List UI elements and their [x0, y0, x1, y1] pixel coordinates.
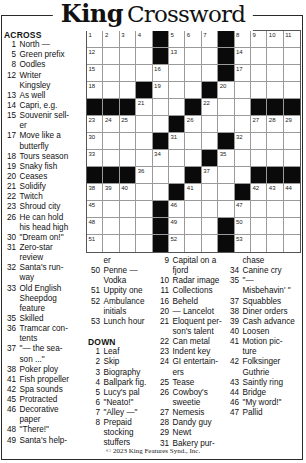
cell-r9-c5[interactable] — [153, 167, 169, 184]
cell-r4-c11[interactable] — [251, 82, 267, 99]
cell-r2-c7[interactable] — [185, 48, 201, 65]
clue-line: 10Radar image — [157, 276, 228, 286]
cell-r8-c6[interactable] — [169, 150, 185, 167]
clue-text: "Dream on!" — [20, 233, 64, 243]
cell-r10-c11[interactable]: 42 — [251, 184, 267, 201]
clue-line: 11Collections — [157, 286, 228, 296]
cell-r9-c4[interactable]: 36 — [136, 167, 152, 184]
black-cell-r1-c5 — [153, 31, 169, 48]
clue-text: Tours season — [20, 152, 69, 162]
cell-r3-c12[interactable] — [267, 65, 283, 82]
cell-r11-c6[interactable]: 46 — [169, 201, 185, 218]
clue-line: 38Diner orders — [227, 307, 305, 317]
cell-number: 37 — [203, 168, 210, 175]
clue-line: 35Skilled — [4, 314, 86, 324]
cell-r3-c11[interactable] — [251, 65, 267, 82]
cell-number: 41 — [187, 185, 194, 192]
cell-r1-c13[interactable]: 11 — [284, 31, 300, 48]
clue-line: 5Green prefix — [4, 50, 86, 60]
cell-r3-c8[interactable] — [202, 65, 218, 82]
clue-continuation-line: tents — [4, 334, 86, 344]
cell-r6-c8[interactable] — [202, 116, 218, 133]
clue-number: 12 — [4, 71, 16, 81]
cell-r1-c3[interactable]: 3 — [120, 31, 136, 48]
cell-r13-c13[interactable] — [284, 235, 300, 252]
clue-text: Capri, e.g. — [20, 101, 58, 111]
cell-number: 53 — [236, 236, 243, 243]
cell-r9-c9[interactable] — [218, 167, 234, 184]
clue-number: 11 — [157, 286, 169, 296]
cell-r4-c10[interactable] — [235, 82, 251, 99]
clue-number: 50 — [88, 266, 100, 276]
clue-column-4: chase34Canine cry35"—Misbehavin' "37Squa… — [227, 256, 305, 418]
cell-number: 11 — [285, 32, 291, 39]
black-cell-r12-c5 — [153, 218, 169, 235]
clue-number: 23 — [157, 347, 169, 357]
cell-r7-c4[interactable] — [136, 133, 152, 150]
cell-r1-c12[interactable]: 10 — [267, 31, 283, 48]
clue-line: 53Lunch hour — [88, 317, 158, 327]
clue-line: 4Ballpark fig. — [88, 378, 158, 388]
cell-number: 28 — [269, 117, 276, 124]
clue-text: Capital on a — [173, 256, 217, 266]
clue-line: 2Skip — [88, 357, 158, 367]
cell-r2-c2[interactable] — [103, 48, 119, 65]
clue-number: 38 — [227, 307, 239, 317]
clue-number — [4, 142, 16, 152]
cell-r7-c7[interactable] — [185, 133, 201, 150]
clue-number: 5 — [88, 388, 100, 398]
cell-number: 32 — [236, 134, 243, 141]
clue-number — [157, 398, 169, 408]
cell-r6-c10[interactable] — [235, 116, 251, 133]
cell-r6-c9[interactable] — [218, 116, 234, 133]
clue-number: 32 — [4, 263, 16, 273]
clue-line: 26He can hold — [4, 213, 86, 223]
clue-line: 17Move like a — [4, 131, 86, 141]
clue-number: 28 — [157, 418, 169, 428]
cell-r11-c7[interactable] — [185, 201, 201, 218]
clue-line: 36Tramcar con- — [4, 324, 86, 334]
clue-number — [4, 121, 16, 131]
clue-number: 20 — [4, 172, 16, 182]
clue-number: 8 — [88, 418, 100, 428]
cell-r12-c2[interactable] — [103, 218, 119, 235]
clue-number — [4, 304, 16, 314]
clue-text: Santa's run- — [20, 263, 64, 273]
clue-line: 7"Alley —" — [88, 408, 158, 418]
clue-line: 21Solidify — [4, 182, 86, 192]
black-cell-r6-c6 — [169, 116, 185, 133]
clue-number: 26 — [157, 388, 169, 398]
clue-number: 9 — [157, 256, 169, 266]
cell-r10-c9[interactable] — [218, 184, 234, 201]
black-cell-r3-c9 — [218, 65, 234, 82]
cell-r13-c6[interactable]: 52 — [169, 235, 185, 252]
clue-line: 22Can metal — [157, 337, 228, 347]
cell-r4-c5[interactable]: 19 — [153, 82, 169, 99]
cell-r10-c13[interactable]: 44 — [284, 184, 300, 201]
clue-number — [4, 334, 16, 344]
cell-r3-c13[interactable] — [284, 65, 300, 82]
clue-number: 48 — [4, 425, 16, 435]
cell-r11-c1[interactable]: 45 — [87, 201, 103, 218]
clue-number: 42 — [227, 357, 239, 367]
clue-line: 46"My word!" — [227, 398, 305, 408]
cell-r10-c7[interactable]: 41 — [185, 184, 201, 201]
cell-r7-c12[interactable] — [267, 133, 283, 150]
cell-r8-c13[interactable] — [284, 150, 300, 167]
cell-r4-c3[interactable] — [120, 82, 136, 99]
cell-r11-c3[interactable] — [120, 201, 136, 218]
cell-r10-c1[interactable]: 38 — [87, 184, 103, 201]
clue-text: er — [104, 256, 111, 266]
cell-r4-c1[interactable]: 18 — [87, 82, 103, 99]
cell-r7-c8[interactable] — [202, 133, 218, 150]
clue-number: 45 — [4, 395, 16, 405]
clue-text: Lunch hour — [104, 317, 145, 327]
clue-text: Zero-star — [20, 243, 53, 253]
crossword-page: { "game": "crossword", "title": { "word1… — [0, 0, 306, 463]
cell-r5-c8[interactable]: 22 — [202, 99, 218, 116]
cell-r7-c6[interactable]: 31 — [169, 133, 185, 150]
cell-r13-c8[interactable] — [202, 235, 218, 252]
cell-r6-c13[interactable]: 29 — [284, 116, 300, 133]
cell-r13-c4[interactable] — [136, 235, 152, 252]
clue-text: Ambulance — [104, 297, 145, 307]
cell-r3-c3[interactable] — [120, 65, 136, 82]
clue-continuation-line: Kingsley — [4, 81, 86, 91]
cell-r12-c13[interactable] — [284, 218, 300, 235]
clue-number: 34 — [227, 266, 239, 276]
cell-r11-c4[interactable] — [136, 201, 152, 218]
cell-r1-c6[interactable]: 5 — [169, 31, 185, 48]
cell-r9-c8[interactable]: 37 — [202, 167, 218, 184]
clue-line: 29Newt — [157, 428, 228, 438]
down-heading: DOWN — [88, 337, 158, 347]
cell-r6-c2[interactable]: 24 — [103, 116, 119, 133]
cell-r12-c7[interactable] — [185, 218, 201, 235]
cell-r3-c4[interactable] — [136, 65, 152, 82]
cell-r2-c12[interactable] — [267, 48, 283, 65]
black-cell-r9-c12 — [267, 167, 283, 184]
clue-number: 16 — [157, 297, 169, 307]
clue-line: 47Pallid — [227, 408, 305, 418]
clue-number — [4, 273, 16, 283]
cell-r8-c9[interactable]: 35 — [218, 150, 234, 167]
clue-text: "There!" — [20, 425, 49, 435]
clue-continuation-line: stocking — [88, 428, 158, 438]
cell-r6-c4[interactable] — [136, 116, 152, 133]
cell-number: 3 — [121, 32, 124, 39]
cell-r12-c6[interactable]: 49 — [169, 218, 185, 235]
cell-number: 36 — [138, 168, 145, 175]
cell-r13-c7[interactable] — [185, 235, 201, 252]
cell-r1-c7[interactable]: 6 — [185, 31, 201, 48]
cell-r8-c10[interactable] — [235, 150, 251, 167]
cell-number: 38 — [89, 185, 96, 192]
clue-text: Skilled — [20, 314, 44, 324]
cell-r6-c12[interactable]: 28 — [267, 116, 283, 133]
black-cell-r13-c9 — [218, 235, 234, 252]
black-cell-r7-c9 — [218, 133, 234, 150]
clue-text: er — [20, 121, 27, 131]
cell-r5-c5[interactable] — [153, 99, 169, 116]
clue-line: 16Beheld — [157, 297, 228, 307]
clue-number — [157, 327, 169, 337]
clue-text: Vodka — [104, 276, 127, 286]
cell-r13-c3[interactable] — [120, 235, 136, 252]
cell-r5-c9[interactable] — [218, 99, 234, 116]
cell-r9-c6[interactable] — [169, 167, 185, 184]
cell-number: 10 — [269, 32, 276, 39]
cell-r13-c11[interactable] — [251, 235, 267, 252]
cell-r5-c4[interactable]: 21 — [136, 99, 152, 116]
cell-r4-c6[interactable] — [169, 82, 185, 99]
clue-continuation-line: er — [4, 121, 86, 131]
clue-line: 6"Neato!" — [88, 398, 158, 408]
cell-r10-c3[interactable]: 40 — [120, 184, 136, 201]
cell-r1-c1[interactable]: 1 — [87, 31, 103, 48]
clue-text: Folksinger — [243, 357, 281, 367]
cell-r6-c3[interactable]: 25 — [120, 116, 136, 133]
cell-r9-c10[interactable] — [235, 167, 251, 184]
cell-r4-c13[interactable] — [284, 82, 300, 99]
cell-number: 33 — [89, 151, 96, 158]
clue-text: "— — [243, 276, 254, 286]
cell-r2-c8[interactable] — [202, 48, 218, 65]
cell-r12-c10[interactable]: 50 — [235, 218, 251, 235]
cell-number: 2 — [105, 32, 108, 39]
cell-number: 35 — [220, 151, 227, 158]
cell-r1-c8[interactable]: 7 — [202, 31, 218, 48]
clue-continuation-line: fjord — [157, 266, 228, 276]
clue-number: 37 — [4, 344, 16, 354]
cell-number: 47 — [236, 202, 243, 209]
cell-r4-c9[interactable]: 20 — [218, 82, 234, 99]
clue-text: Souvenir sell- — [20, 111, 70, 121]
cell-r10-c5[interactable] — [153, 184, 169, 201]
cell-number: 51 — [89, 236, 96, 243]
clue-number: 49 — [4, 436, 16, 446]
cell-r8-c5[interactable]: 34 — [153, 150, 169, 167]
cell-r3-c7[interactable] — [185, 65, 201, 82]
cell-number: 50 — [236, 219, 243, 226]
cell-r6-c11[interactable]: 27 — [251, 116, 267, 133]
cell-r5-c10[interactable] — [235, 99, 251, 116]
cell-r10-c8[interactable] — [202, 184, 218, 201]
clue-continuation-line: butterfly — [4, 142, 86, 152]
cell-r8-c3[interactable] — [120, 150, 136, 167]
cell-r3-c10[interactable]: 17 — [235, 65, 251, 82]
cell-r2-c6[interactable]: 13 — [169, 48, 185, 65]
cell-r4-c7[interactable] — [185, 82, 201, 99]
cell-r8-c11[interactable] — [251, 150, 267, 167]
clue-number: 37 — [227, 297, 239, 307]
cell-r2-c3[interactable] — [120, 48, 136, 65]
cell-r7-c10[interactable]: 32 — [235, 133, 251, 150]
clue-line: 5Lucy's pal — [88, 388, 158, 398]
cell-r3-c2[interactable] — [103, 65, 119, 82]
cell-number: 29 — [285, 117, 292, 124]
cell-r12-c3[interactable] — [120, 218, 136, 235]
cell-r6-c5[interactable] — [153, 116, 169, 133]
cell-r2-c13[interactable] — [284, 48, 300, 65]
cell-r13-c1[interactable]: 51 — [87, 235, 103, 252]
clue-number: 15 — [4, 111, 16, 121]
black-cell-r12-c9 — [218, 218, 234, 235]
clue-line: 24GI entertain- — [157, 357, 228, 367]
cell-r5-c6[interactable] — [169, 99, 185, 116]
cell-r8-c7[interactable] — [185, 150, 201, 167]
cell-r2-c11[interactable] — [251, 48, 267, 65]
clue-continuation-line: Guthrie — [227, 368, 305, 378]
clue-continuation-line: feature — [4, 304, 86, 314]
cell-r11-c13[interactable] — [284, 201, 300, 218]
clue-text: Spa sounds — [20, 385, 63, 395]
clue-text: Lucy's pal — [104, 388, 140, 398]
cell-r3-c6[interactable] — [169, 65, 185, 82]
clue-number: 27 — [157, 408, 169, 418]
black-cell-r5-c7 — [185, 99, 201, 116]
cell-r11-c10[interactable]: 47 — [235, 201, 251, 218]
clue-text: "Neato!" — [104, 398, 134, 408]
clue-text: Twitch — [20, 192, 43, 202]
cell-number: 19 — [154, 83, 161, 90]
cell-r8-c12[interactable] — [267, 150, 283, 167]
cell-r11-c11[interactable] — [251, 201, 267, 218]
clue-text: Canine cry — [243, 266, 282, 276]
cell-r12-c4[interactable] — [136, 218, 152, 235]
cell-r2-c1[interactable]: 12 — [87, 48, 103, 65]
clue-line: 46Decorative — [4, 405, 86, 415]
clue-line: 35"— — [227, 276, 305, 286]
clue-line: 8Prepaid — [88, 418, 158, 428]
cell-r7-c1[interactable]: 30 — [87, 133, 103, 150]
cell-r2-c4[interactable] — [136, 48, 152, 65]
clue-text: Sheepdog — [20, 294, 57, 304]
cell-number: 34 — [154, 151, 161, 158]
clue-number: 19 — [4, 162, 16, 172]
cell-r13-c10[interactable]: 53 — [235, 235, 251, 252]
black-cell-r11-c5 — [153, 201, 169, 218]
clue-number: 38 — [4, 365, 16, 375]
clue-number — [4, 294, 16, 304]
clue-text: Santa's help- — [20, 436, 68, 446]
cell-r11-c2[interactable] — [103, 201, 119, 218]
clue-number: 1 — [4, 40, 16, 50]
cell-number: 15 — [89, 66, 96, 73]
black-cell-r9-c2 — [103, 167, 119, 184]
clue-number: 41 — [227, 337, 239, 347]
clue-continuation-line: chase — [227, 256, 305, 266]
cell-r3-c1[interactable]: 15 — [87, 65, 103, 82]
cell-number: 16 — [154, 66, 161, 73]
cell-r3-c5[interactable]: 16 — [153, 65, 169, 82]
black-cell-r5-c1 — [87, 99, 103, 116]
clue-number: 30 — [4, 233, 16, 243]
clue-text: Collections — [173, 286, 213, 296]
clue-number: 25 — [157, 378, 169, 388]
clue-continuation-line: his head high — [4, 223, 86, 233]
cell-r12-c11[interactable] — [251, 218, 267, 235]
clue-text: Writer — [20, 71, 42, 81]
cell-r1-c4[interactable]: 4 — [136, 31, 152, 48]
cell-r10-c2[interactable]: 39 — [103, 184, 119, 201]
clue-line: 42Folksinger — [227, 357, 305, 367]
cell-r12-c12[interactable] — [267, 218, 283, 235]
cell-r13-c2[interactable] — [103, 235, 119, 252]
cell-r8-c1[interactable]: 33 — [87, 150, 103, 167]
clue-number — [4, 81, 16, 91]
clue-text: "My word!" — [243, 398, 282, 408]
cell-r4-c12[interactable] — [267, 82, 283, 99]
clue-text: Prepaid — [104, 418, 132, 428]
clue-number: 43 — [227, 378, 239, 388]
black-cell-r5-c12 — [267, 99, 283, 116]
cell-r11-c9[interactable] — [218, 201, 234, 218]
clue-number: 33 — [4, 284, 16, 294]
clue-line: 26Cowboy's — [157, 388, 228, 398]
clue-number — [157, 368, 169, 378]
cell-r7-c3[interactable] — [120, 133, 136, 150]
cell-number: 27 — [252, 117, 259, 124]
clue-text: Shroud city — [20, 202, 61, 212]
cell-r1-c11[interactable]: 9 — [251, 31, 267, 48]
cell-r7-c2[interactable] — [103, 133, 119, 150]
cell-r10-c4[interactable] — [136, 184, 152, 201]
clue-number: 4 — [88, 378, 100, 388]
clue-number — [4, 253, 16, 263]
cell-r10-c12[interactable]: 43 — [267, 184, 283, 201]
cell-r1-c2[interactable]: 2 — [103, 31, 119, 48]
column-spacer — [88, 327, 158, 337]
cell-r6-c1[interactable]: 23 — [87, 116, 103, 133]
cell-r6-c7[interactable]: 26 — [185, 116, 201, 133]
cell-r4-c2[interactable] — [103, 82, 119, 99]
black-cell-r4-c4 — [136, 82, 152, 99]
cell-r7-c11[interactable] — [251, 133, 267, 150]
cell-number: 9 — [252, 32, 255, 39]
black-cell-r5-c2 — [103, 99, 119, 116]
clue-text: Misbehavin' " — [243, 286, 291, 296]
cell-r11-c12[interactable] — [267, 201, 283, 218]
cell-r8-c2[interactable] — [103, 150, 119, 167]
clue-text: ers — [173, 368, 184, 378]
cell-r13-c12[interactable] — [267, 235, 283, 252]
clue-number: 42 — [4, 385, 16, 395]
cell-r2-c10[interactable]: 14 — [235, 48, 251, 65]
clue-number: 52 — [88, 297, 100, 307]
cell-r12-c8[interactable] — [202, 218, 218, 235]
clue-number: 20 — [157, 307, 169, 317]
across-heading: ACROSS — [4, 30, 86, 40]
cell-r1-c10[interactable]: 8 — [235, 31, 251, 48]
cell-r8-c4[interactable] — [136, 150, 152, 167]
cell-number: 18 — [89, 83, 96, 90]
cell-number: 22 — [203, 100, 210, 107]
clue-text: review — [20, 253, 44, 263]
cell-number: 40 — [121, 185, 128, 192]
clue-number — [88, 276, 100, 286]
cell-r12-c1[interactable]: 48 — [87, 218, 103, 235]
black-cell-r5-c3 — [120, 99, 136, 116]
cell-r7-c13[interactable] — [284, 133, 300, 150]
clue-number: 3 — [88, 368, 100, 378]
clue-line: 37"— the sea- — [4, 344, 86, 354]
cell-number: 30 — [89, 134, 96, 141]
cell-r11-c8[interactable] — [202, 201, 218, 218]
